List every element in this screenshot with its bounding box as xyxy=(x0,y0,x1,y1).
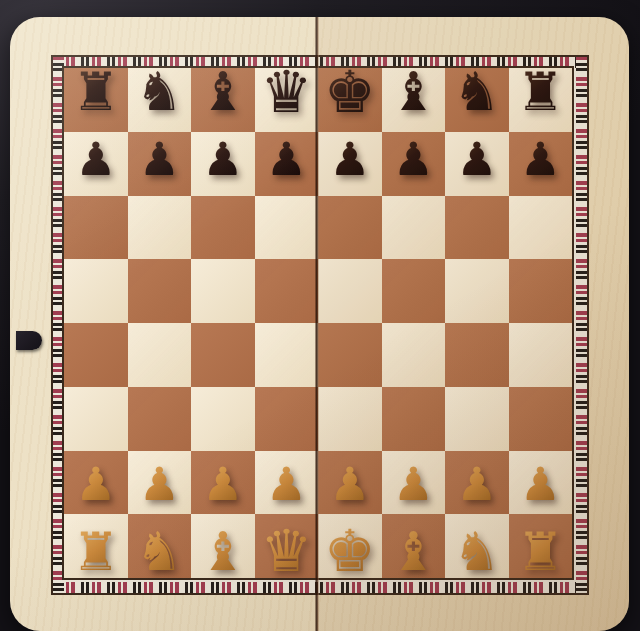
black-pawn[interactable]: ♟ xyxy=(456,136,497,182)
square-d8[interactable]: ♛ xyxy=(255,68,319,132)
square-e1[interactable]: ♚ xyxy=(318,514,382,578)
square-f8[interactable]: ♝ xyxy=(382,68,446,132)
white-pawn[interactable]: ♟ xyxy=(202,461,243,507)
black-pawn[interactable]: ♟ xyxy=(202,136,243,182)
black-king[interactable]: ♚ xyxy=(324,63,376,121)
square-b1[interactable]: ♞ xyxy=(128,514,192,578)
square-e2[interactable]: ♟ xyxy=(318,451,382,515)
square-e6[interactable] xyxy=(318,196,382,260)
white-pawn[interactable]: ♟ xyxy=(139,461,180,507)
square-c7[interactable]: ♟ xyxy=(191,132,255,196)
mosaic-border-top xyxy=(53,57,587,68)
white-knight[interactable]: ♞ xyxy=(135,525,183,578)
square-g6[interactable] xyxy=(445,196,509,260)
square-b5[interactable] xyxy=(128,259,192,323)
square-c3[interactable] xyxy=(191,387,255,451)
square-g5[interactable] xyxy=(445,259,509,323)
mosaic-border-left xyxy=(53,57,64,593)
square-f4[interactable] xyxy=(382,323,446,387)
square-d5[interactable] xyxy=(255,259,319,323)
black-rook[interactable]: ♜ xyxy=(516,65,564,118)
square-d1[interactable]: ♛ xyxy=(255,514,319,578)
square-g1[interactable]: ♞ xyxy=(445,514,509,578)
square-g4[interactable] xyxy=(445,323,509,387)
square-e4[interactable] xyxy=(318,323,382,387)
fold-seam xyxy=(315,17,319,631)
square-b3[interactable] xyxy=(128,387,192,451)
square-f3[interactable] xyxy=(382,387,446,451)
white-rook[interactable]: ♜ xyxy=(72,525,120,578)
square-h1[interactable]: ♜ xyxy=(509,514,573,578)
square-g8[interactable]: ♞ xyxy=(445,68,509,132)
white-rook[interactable]: ♜ xyxy=(516,525,564,578)
clasp-latch xyxy=(16,331,42,350)
square-d2[interactable]: ♟ xyxy=(255,451,319,515)
square-h2[interactable]: ♟ xyxy=(509,451,573,515)
black-knight[interactable]: ♞ xyxy=(453,65,501,118)
square-h3[interactable] xyxy=(509,387,573,451)
white-pawn[interactable]: ♟ xyxy=(75,461,116,507)
square-c6[interactable] xyxy=(191,196,255,260)
white-king[interactable]: ♚ xyxy=(324,522,376,580)
white-pawn[interactable]: ♟ xyxy=(266,461,307,507)
square-a7[interactable]: ♟ xyxy=(64,132,128,196)
square-a5[interactable] xyxy=(64,259,128,323)
square-f7[interactable]: ♟ xyxy=(382,132,446,196)
black-pawn[interactable]: ♟ xyxy=(139,136,180,182)
square-e8[interactable]: ♚ xyxy=(318,68,382,132)
black-queen[interactable]: ♛ xyxy=(260,63,312,121)
black-pawn[interactable]: ♟ xyxy=(520,136,561,182)
white-bishop[interactable]: ♝ xyxy=(199,525,247,578)
white-pawn[interactable]: ♟ xyxy=(329,461,370,507)
square-f5[interactable] xyxy=(382,259,446,323)
square-g7[interactable]: ♟ xyxy=(445,132,509,196)
white-pawn[interactable]: ♟ xyxy=(456,461,497,507)
black-pawn[interactable]: ♟ xyxy=(75,136,116,182)
square-c2[interactable]: ♟ xyxy=(191,451,255,515)
mosaic-border-bottom xyxy=(53,582,587,593)
square-f2[interactable]: ♟ xyxy=(382,451,446,515)
square-a3[interactable] xyxy=(64,387,128,451)
square-h7[interactable]: ♟ xyxy=(509,132,573,196)
white-pawn[interactable]: ♟ xyxy=(520,461,561,507)
black-pawn[interactable]: ♟ xyxy=(393,136,434,182)
mosaic-border: ♜♞♝♛♚♝♞♜♟♟♟♟♟♟♟♟♟♟♟♟♟♟♟♟♜♞♝♛♚♝♞♜ xyxy=(51,55,589,595)
square-c4[interactable] xyxy=(191,323,255,387)
square-d4[interactable] xyxy=(255,323,319,387)
square-a6[interactable] xyxy=(64,196,128,260)
white-queen[interactable]: ♛ xyxy=(260,522,312,580)
square-c1[interactable]: ♝ xyxy=(191,514,255,578)
mosaic-border-right xyxy=(576,57,587,593)
photo-background: { "game": "chess", "position": { "fen": … xyxy=(0,0,640,631)
square-d7[interactable]: ♟ xyxy=(255,132,319,196)
square-a4[interactable] xyxy=(64,323,128,387)
square-a8[interactable]: ♜ xyxy=(64,68,128,132)
square-h4[interactable] xyxy=(509,323,573,387)
square-g3[interactable] xyxy=(445,387,509,451)
square-e5[interactable] xyxy=(318,259,382,323)
black-rook[interactable]: ♜ xyxy=(72,65,120,118)
square-d3[interactable] xyxy=(255,387,319,451)
square-b6[interactable] xyxy=(128,196,192,260)
square-b8[interactable]: ♞ xyxy=(128,68,192,132)
square-f6[interactable] xyxy=(382,196,446,260)
square-e3[interactable] xyxy=(318,387,382,451)
white-knight[interactable]: ♞ xyxy=(453,525,501,578)
square-a1[interactable]: ♜ xyxy=(64,514,128,578)
chess-board: ♜♞♝♛♚♝♞♜♟♟♟♟♟♟♟♟♟♟♟♟♟♟♟♟♜♞♝♛♚♝♞♜ xyxy=(10,17,629,631)
square-f1[interactable]: ♝ xyxy=(382,514,446,578)
square-b2[interactable]: ♟ xyxy=(128,451,192,515)
black-pawn[interactable]: ♟ xyxy=(329,136,370,182)
black-bishop[interactable]: ♝ xyxy=(199,65,247,118)
white-pawn[interactable]: ♟ xyxy=(393,461,434,507)
white-bishop[interactable]: ♝ xyxy=(389,525,437,578)
square-g2[interactable]: ♟ xyxy=(445,451,509,515)
square-b7[interactable]: ♟ xyxy=(128,132,192,196)
square-d6[interactable] xyxy=(255,196,319,260)
square-e7[interactable]: ♟ xyxy=(318,132,382,196)
square-h6[interactable] xyxy=(509,196,573,260)
square-b4[interactable] xyxy=(128,323,192,387)
square-h5[interactable] xyxy=(509,259,573,323)
square-c5[interactable] xyxy=(191,259,255,323)
black-pawn[interactable]: ♟ xyxy=(266,136,307,182)
square-a2[interactable]: ♟ xyxy=(64,451,128,515)
black-bishop[interactable]: ♝ xyxy=(389,65,437,118)
square-c8[interactable]: ♝ xyxy=(191,68,255,132)
square-h8[interactable]: ♜ xyxy=(509,68,573,132)
black-knight[interactable]: ♞ xyxy=(135,65,183,118)
